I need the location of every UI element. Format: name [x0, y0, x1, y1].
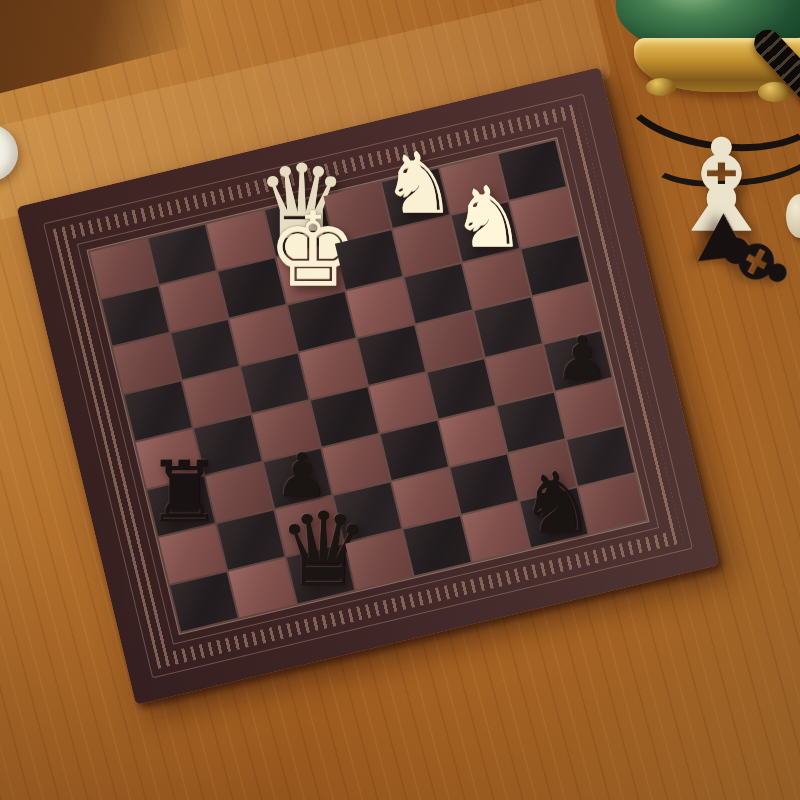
- scene-photo: { "game": "chess", "scene_description": …: [0, 0, 800, 800]
- square-g1[interactable]: ♞: [520, 488, 587, 547]
- table-dark-corner: [0, 0, 191, 99]
- square-c1[interactable]: ♛: [287, 544, 354, 603]
- black-pawn-h4[interactable]: ♟: [555, 328, 609, 388]
